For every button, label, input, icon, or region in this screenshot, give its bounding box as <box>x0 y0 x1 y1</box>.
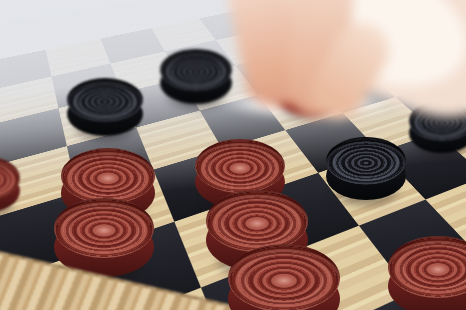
piece-face <box>195 139 285 193</box>
piece-face <box>61 148 155 204</box>
black-checker-piece[interactable] <box>67 78 143 122</box>
piece-face <box>275 61 341 103</box>
black-checker-piece[interactable] <box>326 137 406 185</box>
checkers-photo <box>0 0 466 310</box>
black-checker-piece[interactable] <box>409 101 466 141</box>
black-checker-piece[interactable] <box>388 43 446 77</box>
piece-face <box>160 49 232 91</box>
red-checker-piece[interactable] <box>61 148 155 204</box>
red-checker-piece[interactable] <box>206 190 308 252</box>
red-checker-piece[interactable] <box>0 156 20 200</box>
piece-face <box>54 198 154 258</box>
piece-face <box>228 244 340 310</box>
lifted-red-checker-piece[interactable] <box>275 61 341 103</box>
black-checker-piece[interactable] <box>160 49 232 91</box>
piece-face <box>388 43 446 77</box>
red-checker-piece[interactable] <box>228 244 340 310</box>
red-checker-piece[interactable] <box>195 139 285 193</box>
red-checker-piece[interactable] <box>54 198 154 258</box>
red-checker-piece[interactable] <box>388 236 466 298</box>
piece-face <box>206 190 308 252</box>
piece-face <box>326 137 406 185</box>
piece-face <box>409 101 466 141</box>
piece-face <box>67 78 143 122</box>
